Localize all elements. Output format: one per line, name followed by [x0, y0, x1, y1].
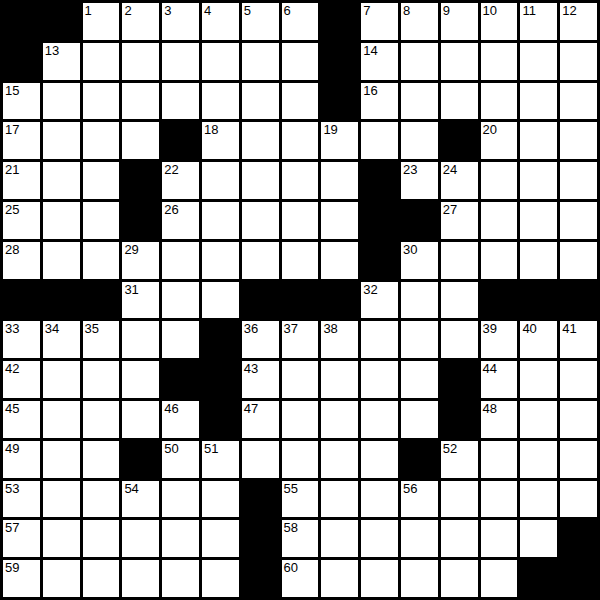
clue-number-52: 52	[443, 441, 457, 456]
block-cell-r0c8	[321, 3, 358, 40]
cell-r8c12[interactable]: 39	[481, 321, 518, 358]
clue-number-53: 53	[5, 481, 19, 496]
cell-r0c9[interactable]: 7	[361, 3, 398, 40]
cell-r0c5[interactable]: 4	[202, 3, 239, 40]
cell-r0c7[interactable]: 6	[282, 3, 319, 40]
block-cell-r0c1	[43, 3, 80, 40]
cell-r3c6[interactable]	[242, 122, 279, 159]
cell-r1c4[interactable]	[162, 43, 199, 80]
cell-r11c1[interactable]	[43, 441, 80, 478]
cell-r1c5[interactable]	[202, 43, 239, 80]
clue-number-27: 27	[443, 202, 457, 217]
cell-r11c14[interactable]	[560, 441, 597, 478]
cell-r14c7[interactable]: 60	[282, 560, 319, 597]
cell-r0c11[interactable]: 9	[441, 3, 478, 40]
cell-r7c11[interactable]	[441, 282, 478, 319]
clue-number-3: 3	[164, 3, 171, 18]
block-cell-r9c4	[162, 361, 199, 398]
cell-r12c5[interactable]	[202, 481, 239, 518]
cell-r4c6[interactable]	[242, 162, 279, 199]
block-cell-r7c7	[282, 282, 319, 319]
cell-r4c4[interactable]: 22	[162, 162, 199, 199]
cell-r11c11[interactable]: 52	[441, 441, 478, 478]
clue-number-11: 11	[522, 3, 536, 18]
cell-r12c3[interactable]: 54	[122, 481, 159, 518]
cell-r11c5[interactable]: 51	[202, 441, 239, 478]
cell-r8c3[interactable]	[122, 321, 159, 358]
cell-r1c1[interactable]: 13	[43, 43, 80, 80]
cell-r6c11[interactable]	[441, 242, 478, 279]
cell-r2c2[interactable]	[83, 83, 120, 120]
cell-r10c13[interactable]	[520, 401, 557, 438]
clue-number-50: 50	[164, 441, 178, 456]
cell-r2c13[interactable]	[520, 83, 557, 120]
cell-r6c10[interactable]: 30	[401, 242, 438, 279]
cell-r4c5[interactable]	[202, 162, 239, 199]
cell-r8c4[interactable]	[162, 321, 199, 358]
cell-r14c12[interactable]	[481, 560, 518, 597]
clue-number-8: 8	[403, 3, 410, 18]
cell-r11c0[interactable]: 49	[3, 441, 40, 478]
clue-number-33: 33	[5, 321, 19, 336]
cell-r5c1[interactable]	[43, 202, 80, 239]
cell-r0c14[interactable]: 12	[560, 3, 597, 40]
cell-r13c3[interactable]	[122, 520, 159, 557]
cell-r1c2[interactable]	[83, 43, 120, 80]
block-cell-r4c9	[361, 162, 398, 199]
cell-r4c11[interactable]: 24	[441, 162, 478, 199]
cell-r5c13[interactable]	[520, 202, 557, 239]
cell-r13c1[interactable]	[43, 520, 80, 557]
block-cell-r1c8	[321, 43, 358, 80]
cell-r1c3[interactable]	[122, 43, 159, 80]
clue-number-32: 32	[363, 282, 377, 297]
block-cell-r10c11	[441, 401, 478, 438]
cell-r13c0[interactable]: 57	[3, 520, 40, 557]
cell-r7c5[interactable]	[202, 282, 239, 319]
cell-r12c10[interactable]: 56	[401, 481, 438, 518]
block-cell-r7c13	[520, 282, 557, 319]
cell-r8c11[interactable]	[441, 321, 478, 358]
cell-r4c8[interactable]	[321, 162, 358, 199]
clue-number-39: 39	[483, 321, 497, 336]
cell-r8c13[interactable]: 40	[520, 321, 557, 358]
clue-number-30: 30	[403, 242, 417, 257]
clue-number-43: 43	[244, 361, 258, 376]
cell-r6c6[interactable]	[242, 242, 279, 279]
cell-r2c5[interactable]	[202, 83, 239, 120]
clue-number-54: 54	[124, 481, 138, 496]
clue-number-13: 13	[45, 43, 59, 58]
cell-r0c12[interactable]: 10	[481, 3, 518, 40]
clue-number-34: 34	[45, 321, 59, 336]
clue-number-18: 18	[204, 122, 218, 137]
cell-r4c12[interactable]	[481, 162, 518, 199]
cell-r3c3[interactable]	[122, 122, 159, 159]
cell-r1c7[interactable]	[282, 43, 319, 80]
cell-r9c2[interactable]	[83, 361, 120, 398]
cell-r14c4[interactable]	[162, 560, 199, 597]
clue-number-35: 35	[85, 321, 99, 336]
cell-r12c9[interactable]	[361, 481, 398, 518]
cell-r10c4[interactable]: 46	[162, 401, 199, 438]
clue-number-40: 40	[522, 321, 536, 336]
clue-number-22: 22	[164, 162, 178, 177]
clue-number-7: 7	[363, 3, 370, 18]
clue-number-41: 41	[562, 321, 576, 336]
block-cell-r7c14	[560, 282, 597, 319]
cell-r3c12[interactable]: 20	[481, 122, 518, 159]
cell-r10c6[interactable]: 47	[242, 401, 279, 438]
cell-r13c11[interactable]	[441, 520, 478, 557]
clue-number-19: 19	[323, 122, 337, 137]
cell-r9c3[interactable]	[122, 361, 159, 398]
clue-number-51: 51	[204, 441, 218, 456]
cell-r6c8[interactable]	[321, 242, 358, 279]
block-cell-r11c10	[401, 441, 438, 478]
cell-r11c6[interactable]	[242, 441, 279, 478]
cell-r5c12[interactable]	[481, 202, 518, 239]
clue-number-26: 26	[164, 202, 178, 217]
cell-r9c1[interactable]	[43, 361, 80, 398]
cell-r8c8[interactable]: 38	[321, 321, 358, 358]
cell-r10c10[interactable]	[401, 401, 438, 438]
cell-r8c14[interactable]: 41	[560, 321, 597, 358]
cell-r0c13[interactable]: 11	[520, 3, 557, 40]
clue-number-48: 48	[483, 401, 497, 416]
clue-number-1: 1	[85, 3, 92, 18]
clue-number-59: 59	[5, 560, 19, 575]
cell-r3c13[interactable]	[520, 122, 557, 159]
block-cell-r7c12	[481, 282, 518, 319]
cell-r12c1[interactable]	[43, 481, 80, 518]
clue-number-28: 28	[5, 242, 19, 257]
block-cell-r13c6	[242, 520, 279, 557]
block-cell-r9c5	[202, 361, 239, 398]
cell-r5c5[interactable]	[202, 202, 239, 239]
cell-r6c1[interactable]	[43, 242, 80, 279]
clue-number-42: 42	[5, 361, 19, 376]
cell-r9c12[interactable]: 44	[481, 361, 518, 398]
cell-r0c6[interactable]: 5	[242, 3, 279, 40]
cell-r11c9[interactable]	[361, 441, 398, 478]
cell-r7c10[interactable]	[401, 282, 438, 319]
clue-number-12: 12	[562, 3, 576, 18]
block-cell-r13c14	[560, 520, 597, 557]
block-cell-r7c2	[83, 282, 120, 319]
cell-r11c4[interactable]: 50	[162, 441, 199, 478]
cell-r3c7[interactable]	[282, 122, 319, 159]
cell-r10c0[interactable]: 45	[3, 401, 40, 438]
cell-r12c8[interactable]	[321, 481, 358, 518]
clue-number-9: 9	[443, 3, 450, 18]
cell-r9c14[interactable]	[560, 361, 597, 398]
clue-number-20: 20	[483, 122, 497, 137]
cell-r11c13[interactable]	[520, 441, 557, 478]
cell-r3c2[interactable]	[83, 122, 120, 159]
cell-r5c4[interactable]: 26	[162, 202, 199, 239]
cell-r11c12[interactable]	[481, 441, 518, 478]
block-cell-r6c9	[361, 242, 398, 279]
clue-number-46: 46	[164, 401, 178, 416]
cell-r1c12[interactable]	[481, 43, 518, 80]
clue-number-2: 2	[124, 3, 131, 18]
cell-r5c11[interactable]: 27	[441, 202, 478, 239]
clue-number-31: 31	[124, 282, 138, 297]
cell-r3c14[interactable]	[560, 122, 597, 159]
cell-r10c14[interactable]	[560, 401, 597, 438]
cell-r14c8[interactable]	[321, 560, 358, 597]
cell-r5c2[interactable]	[83, 202, 120, 239]
clue-number-10: 10	[483, 3, 497, 18]
block-cell-r0c0	[3, 3, 40, 40]
clue-number-45: 45	[5, 401, 19, 416]
cell-r13c4[interactable]	[162, 520, 199, 557]
cell-r12c12[interactable]	[481, 481, 518, 518]
cell-r4c1[interactable]	[43, 162, 80, 199]
cell-r2c11[interactable]	[441, 83, 478, 120]
cell-r6c14[interactable]	[560, 242, 597, 279]
cell-r1c6[interactable]	[242, 43, 279, 80]
block-cell-r14c13	[520, 560, 557, 597]
cell-r0c4[interactable]: 3	[162, 3, 199, 40]
cell-r5c8[interactable]	[321, 202, 358, 239]
block-cell-r7c0	[3, 282, 40, 319]
cell-r13c10[interactable]	[401, 520, 438, 557]
cell-r2c6[interactable]	[242, 83, 279, 120]
cell-r1c11[interactable]	[441, 43, 478, 80]
cell-r10c8[interactable]	[321, 401, 358, 438]
cell-r14c2[interactable]	[83, 560, 120, 597]
block-cell-r12c6	[242, 481, 279, 518]
cell-r10c1[interactable]	[43, 401, 80, 438]
cell-r2c12[interactable]	[481, 83, 518, 120]
cell-r8c1[interactable]: 34	[43, 321, 80, 358]
cell-r7c4[interactable]	[162, 282, 199, 319]
cell-r4c10[interactable]: 23	[401, 162, 438, 199]
clue-number-21: 21	[5, 162, 19, 177]
block-cell-r8c5	[202, 321, 239, 358]
cell-r6c0[interactable]: 28	[3, 242, 40, 279]
cell-r10c3[interactable]	[122, 401, 159, 438]
cell-r6c7[interactable]	[282, 242, 319, 279]
cell-r8c10[interactable]	[401, 321, 438, 358]
clue-number-57: 57	[5, 520, 19, 535]
cell-r10c9[interactable]	[361, 401, 398, 438]
clue-number-44: 44	[483, 361, 497, 376]
cell-r9c10[interactable]	[401, 361, 438, 398]
cell-r14c3[interactable]	[122, 560, 159, 597]
block-cell-r5c10	[401, 202, 438, 239]
cell-r2c3[interactable]	[122, 83, 159, 120]
cell-r10c2[interactable]	[83, 401, 120, 438]
cell-r4c0[interactable]: 21	[3, 162, 40, 199]
block-cell-r10c5	[202, 401, 239, 438]
cell-r13c9[interactable]	[361, 520, 398, 557]
block-cell-r14c6	[242, 560, 279, 597]
cell-r14c0[interactable]: 59	[3, 560, 40, 597]
clue-number-60: 60	[284, 560, 298, 575]
cell-r1c9[interactable]: 14	[361, 43, 398, 80]
cell-r2c0[interactable]: 15	[3, 83, 40, 120]
block-cell-r11c3	[122, 441, 159, 478]
block-cell-r3c11	[441, 122, 478, 159]
cell-r8c7[interactable]: 37	[282, 321, 319, 358]
cell-r1c10[interactable]	[401, 43, 438, 80]
cell-r6c3[interactable]: 29	[122, 242, 159, 279]
cell-r1c13[interactable]	[520, 43, 557, 80]
cell-r0c2[interactable]: 1	[83, 3, 120, 40]
cell-r14c11[interactable]	[441, 560, 478, 597]
cell-r14c9[interactable]	[361, 560, 398, 597]
cell-r6c13[interactable]	[520, 242, 557, 279]
cell-r14c1[interactable]	[43, 560, 80, 597]
cell-r13c12[interactable]	[481, 520, 518, 557]
cell-r3c10[interactable]	[401, 122, 438, 159]
cell-r6c2[interactable]	[83, 242, 120, 279]
cell-r2c9[interactable]: 16	[361, 83, 398, 120]
clue-number-23: 23	[403, 162, 417, 177]
cell-r3c5[interactable]: 18	[202, 122, 239, 159]
cell-r3c0[interactable]: 17	[3, 122, 40, 159]
cell-r12c14[interactable]	[560, 481, 597, 518]
cell-r5c14[interactable]	[560, 202, 597, 239]
cell-r11c8[interactable]	[321, 441, 358, 478]
clue-number-17: 17	[5, 122, 19, 137]
cell-r9c8[interactable]	[321, 361, 358, 398]
cell-r10c12[interactable]: 48	[481, 401, 518, 438]
cell-r3c9[interactable]	[361, 122, 398, 159]
cell-r14c10[interactable]	[401, 560, 438, 597]
cell-r7c9[interactable]: 32	[361, 282, 398, 319]
cell-r9c7[interactable]	[282, 361, 319, 398]
block-cell-r7c6	[242, 282, 279, 319]
cell-r14c5[interactable]	[202, 560, 239, 597]
cell-r11c2[interactable]	[83, 441, 120, 478]
cell-r2c7[interactable]	[282, 83, 319, 120]
clue-number-15: 15	[5, 83, 19, 98]
clue-number-4: 4	[204, 3, 211, 18]
cell-r5c7[interactable]	[282, 202, 319, 239]
clue-number-24: 24	[443, 162, 457, 177]
block-cell-r3c4	[162, 122, 199, 159]
clue-number-16: 16	[363, 83, 377, 98]
cell-r3c1[interactable]	[43, 122, 80, 159]
cell-r13c13[interactable]	[520, 520, 557, 557]
cell-r7c3[interactable]: 31	[122, 282, 159, 319]
crossword-grid: 1234567891011121314151617181920212223242…	[0, 0, 600, 600]
cell-r2c10[interactable]	[401, 83, 438, 120]
cell-r9c9[interactable]	[361, 361, 398, 398]
cell-r13c8[interactable]	[321, 520, 358, 557]
clue-number-6: 6	[284, 3, 291, 18]
cell-r12c2[interactable]	[83, 481, 120, 518]
clue-number-56: 56	[403, 481, 417, 496]
cell-r2c4[interactable]	[162, 83, 199, 120]
clue-number-55: 55	[284, 481, 298, 496]
cell-r6c4[interactable]	[162, 242, 199, 279]
cell-r5c0[interactable]: 25	[3, 202, 40, 239]
cell-r12c0[interactable]: 53	[3, 481, 40, 518]
cell-r8c2[interactable]: 35	[83, 321, 120, 358]
cell-r8c6[interactable]: 36	[242, 321, 279, 358]
block-cell-r7c8	[321, 282, 358, 319]
cell-r13c2[interactable]	[83, 520, 120, 557]
cell-r1c14[interactable]	[560, 43, 597, 80]
cell-r12c13[interactable]	[520, 481, 557, 518]
cell-r2c14[interactable]	[560, 83, 597, 120]
cell-r9c6[interactable]: 43	[242, 361, 279, 398]
cell-r11c7[interactable]	[282, 441, 319, 478]
clue-number-5: 5	[244, 3, 251, 18]
clue-number-49: 49	[5, 441, 19, 456]
cell-r8c0[interactable]: 33	[3, 321, 40, 358]
cell-r4c7[interactable]	[282, 162, 319, 199]
clue-number-25: 25	[5, 202, 19, 217]
cell-r12c7[interactable]: 55	[282, 481, 319, 518]
cell-r9c13[interactable]	[520, 361, 557, 398]
block-cell-r2c8	[321, 83, 358, 120]
cell-r4c14[interactable]	[560, 162, 597, 199]
cell-r6c5[interactable]	[202, 242, 239, 279]
clue-number-38: 38	[323, 321, 337, 336]
clue-number-58: 58	[284, 520, 298, 535]
cell-r13c5[interactable]	[202, 520, 239, 557]
cell-r12c11[interactable]	[441, 481, 478, 518]
cell-r10c7[interactable]	[282, 401, 319, 438]
block-cell-r5c3	[122, 202, 159, 239]
cell-r12c4[interactable]	[162, 481, 199, 518]
block-cell-r4c3	[122, 162, 159, 199]
block-cell-r5c9	[361, 202, 398, 239]
clue-number-29: 29	[124, 242, 138, 257]
block-cell-r9c11	[441, 361, 478, 398]
clue-number-37: 37	[284, 321, 298, 336]
cell-r4c2[interactable]	[83, 162, 120, 199]
clue-number-14: 14	[363, 43, 377, 58]
block-cell-r1c0	[3, 43, 40, 80]
cell-r6c12[interactable]	[481, 242, 518, 279]
cell-r4c13[interactable]	[520, 162, 557, 199]
cell-r13c7[interactable]: 58	[282, 520, 319, 557]
cell-r0c10[interactable]: 8	[401, 3, 438, 40]
cell-r8c9[interactable]	[361, 321, 398, 358]
cell-r2c1[interactable]	[43, 83, 80, 120]
cell-r9c0[interactable]: 42	[3, 361, 40, 398]
cell-r0c3[interactable]: 2	[122, 3, 159, 40]
cell-r3c8[interactable]: 19	[321, 122, 358, 159]
clue-number-36: 36	[244, 321, 258, 336]
block-cell-r14c14	[560, 560, 597, 597]
clue-number-47: 47	[244, 401, 258, 416]
block-cell-r7c1	[43, 282, 80, 319]
cell-r5c6[interactable]	[242, 202, 279, 239]
